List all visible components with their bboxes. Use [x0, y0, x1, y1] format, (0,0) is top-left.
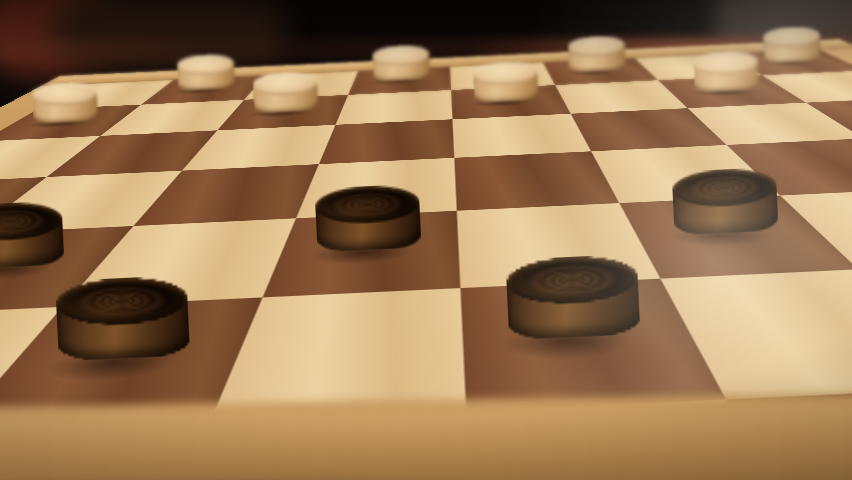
square-d6[interactable]	[318, 119, 454, 164]
dark-piece-e3[interactable]	[506, 253, 641, 339]
square-c5[interactable]	[133, 164, 318, 226]
dark-piece-b4[interactable]	[0, 200, 65, 269]
dark-piece-c3[interactable]	[56, 274, 191, 360]
near-frame-blurred	[0, 393, 852, 480]
square-c6[interactable]	[182, 125, 335, 171]
dark-piece-d4[interactable]	[314, 184, 421, 253]
checkers-photo-scene	[0, 0, 852, 480]
depth-of-field-overlay	[0, 0, 852, 110]
square-b6[interactable]	[46, 130, 217, 177]
square-f6[interactable]	[570, 108, 727, 151]
dark-piece-f4[interactable]	[671, 167, 778, 236]
square-e6[interactable]	[452, 114, 590, 158]
square-g4[interactable]	[780, 188, 852, 269]
square-f3[interactable]	[659, 269, 852, 399]
square-e5[interactable]	[454, 151, 618, 210]
square-a6[interactable]	[0, 136, 100, 184]
